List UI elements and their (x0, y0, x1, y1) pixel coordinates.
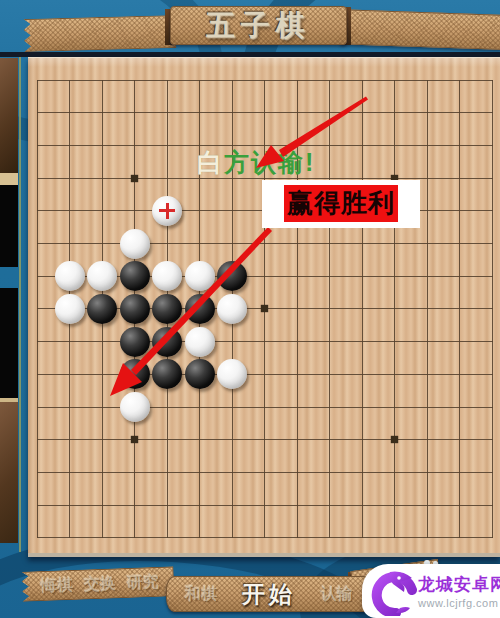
grid-line-h (37, 472, 493, 473)
board[interactable] (28, 57, 500, 557)
watermark-badge: 龙城安卓网 www.lcjrfg.com (362, 564, 500, 618)
black-stone (185, 294, 215, 324)
research-button[interactable]: 研究 (127, 571, 160, 593)
toolbar-center-ribbon: 和棋 开始 认输 (166, 576, 372, 612)
white-stone (87, 261, 117, 291)
star-point (131, 175, 138, 182)
white-stone (185, 327, 215, 357)
draw-button[interactable]: 和棋 (185, 584, 217, 605)
black-stone (152, 294, 182, 324)
resign-message-white-char: 白 (197, 148, 224, 176)
black-stone (217, 261, 247, 291)
grid-line-v (427, 80, 428, 539)
swap-button[interactable]: 交换 (84, 573, 117, 595)
star-point (391, 436, 398, 443)
watermark-site-name: 龙城安卓网 (418, 573, 500, 596)
grid-line-h (37, 505, 493, 506)
grid-line-v (362, 80, 363, 539)
watermark-site-url: www.lcjrfg.com (418, 597, 498, 609)
white-stone (55, 261, 85, 291)
side-panel-divider (0, 173, 18, 185)
side-panel-avatar-bottom (0, 402, 18, 543)
black-stone (185, 359, 215, 389)
side-panel-avatar-top (0, 58, 18, 173)
resign-message-rest: 方认输! (224, 148, 315, 176)
dragon-icon (366, 570, 418, 616)
white-stone (152, 196, 182, 226)
toolbar-left-ribbon: 悔棋 交换 研究 (22, 566, 175, 601)
victory-banner: 赢得胜利 (262, 180, 420, 228)
grid-line-v (329, 80, 330, 539)
grid-line-v (492, 80, 493, 539)
title-banner: 五子棋 (170, 6, 347, 45)
white-stone (152, 261, 182, 291)
title-ribbon-right-wing (340, 9, 500, 50)
black-stone (152, 359, 182, 389)
grid-line-h (37, 439, 493, 440)
title-ribbon-left-wing (24, 15, 177, 52)
page-title: 五子棋 (206, 6, 311, 46)
gomoku-app-window: 五子棋 白方认输! 赢得胜利 悔棋 交换 研究 和棋 开始 认输 (0, 0, 500, 618)
black-stone (152, 327, 182, 357)
grid-line-h (37, 374, 493, 375)
side-panel-display-top (0, 185, 18, 267)
grid-line-h (37, 537, 493, 538)
board-left-highlight (19, 57, 21, 552)
star-point (131, 436, 138, 443)
white-stone (217, 294, 247, 324)
black-stone (120, 261, 150, 291)
white-stone (120, 392, 150, 422)
white-stone (185, 261, 215, 291)
last-move-marker (159, 203, 175, 219)
white-stone (120, 229, 150, 259)
grid-line-v (459, 80, 460, 539)
grid-line-v (394, 80, 395, 539)
side-panel-display-bottom (0, 288, 18, 398)
black-stone (87, 294, 117, 324)
black-stone (120, 294, 150, 324)
undo-button[interactable]: 悔棋 (41, 574, 74, 596)
grid-line-h (37, 407, 493, 408)
white-stone (217, 359, 247, 389)
victory-text: 赢得胜利 (287, 186, 395, 221)
black-stone (120, 359, 150, 389)
resign-button[interactable]: 认输 (321, 584, 353, 605)
star-point (261, 305, 268, 312)
grid-line-h (37, 341, 493, 342)
start-button[interactable]: 开始 (242, 579, 296, 610)
white-stone (55, 294, 85, 324)
resign-message: 白方认输! (197, 146, 315, 179)
black-stone (120, 327, 150, 357)
victory-text-box: 赢得胜利 (284, 185, 398, 222)
